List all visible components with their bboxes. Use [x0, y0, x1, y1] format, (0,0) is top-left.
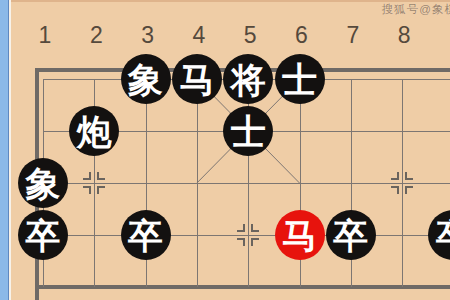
- piece-black-f5r1[interactable]: 士: [223, 106, 273, 156]
- marker-bracket-br: [97, 186, 105, 194]
- piece-black-f5r0[interactable]: 将: [223, 54, 273, 104]
- piece-black-f3r0[interactable]: 象: [121, 54, 171, 104]
- marker-bracket-br: [405, 186, 413, 194]
- piece-black-f1r3[interactable]: 卒: [18, 210, 68, 260]
- marker-bracket-tr: [251, 224, 259, 232]
- piece-black-f3r3[interactable]: 卒: [121, 210, 171, 260]
- piece-red-f6r3[interactable]: 马: [275, 210, 325, 260]
- piece-black-f4r0[interactable]: 马: [172, 54, 222, 104]
- marker-bracket-tr: [405, 172, 413, 180]
- marker-bracket-tl: [391, 172, 399, 180]
- piece-black-f2r1[interactable]: 炮: [69, 106, 119, 156]
- marker-bracket-tr: [97, 172, 105, 180]
- marker-bracket-br: [251, 238, 259, 246]
- piece-black-f1r2[interactable]: 象: [18, 158, 68, 208]
- marker-bracket-tl: [237, 224, 245, 232]
- piece-black-f6r0[interactable]: 士: [275, 54, 325, 104]
- piece-black-f7r3[interactable]: 卒: [326, 210, 376, 260]
- marker-bracket-bl: [391, 186, 399, 194]
- xiangqi-app-window: 12345678 搜狐号@象棋 象马将士炮士象卒卒马卒卒: [0, 0, 450, 300]
- marker-bracket-bl: [237, 238, 245, 246]
- palace-diagonals: [0, 0, 450, 300]
- marker-bracket-tl: [83, 172, 91, 180]
- marker-bracket-bl: [83, 186, 91, 194]
